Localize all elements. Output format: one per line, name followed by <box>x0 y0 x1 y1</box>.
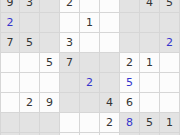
cell-r1c8[interactable]: 4 <box>140 0 160 13</box>
cell-r5c6[interactable] <box>100 73 120 93</box>
cell-r8c7[interactable] <box>120 133 140 135</box>
cell-r4c8[interactable]: 1 <box>140 53 160 73</box>
cell-r8c1[interactable] <box>0 133 20 135</box>
cell-r7c1[interactable] <box>0 113 20 133</box>
cell-r5c3[interactable] <box>40 73 60 93</box>
cell-r7c6[interactable]: 2 <box>100 113 120 133</box>
cell-r8c2[interactable] <box>20 133 40 135</box>
cell-r3c7[interactable] <box>120 33 140 53</box>
cell-r6c2[interactable]: 2 <box>20 93 40 113</box>
cell-r5c2[interactable] <box>20 73 40 93</box>
cell-r8c5[interactable] <box>80 133 100 135</box>
cell-r6c8[interactable] <box>140 93 160 113</box>
cell-r1c9[interactable]: 5 <box>160 0 180 13</box>
cell-r2c3[interactable] <box>40 13 60 33</box>
cell-r7c7[interactable]: 8 <box>120 113 140 133</box>
cell-r3c8[interactable] <box>140 33 160 53</box>
cell-r6c4[interactable] <box>60 93 80 113</box>
cell-r1c7[interactable] <box>120 0 140 13</box>
cell-r8c6[interactable] <box>100 133 120 135</box>
cell-r4c7[interactable]: 2 <box>120 53 140 73</box>
cell-r6c3[interactable]: 9 <box>40 93 60 113</box>
cell-r8c4[interactable] <box>60 133 80 135</box>
cell-r4c9[interactable] <box>160 53 180 73</box>
cell-r5c8[interactable] <box>140 73 160 93</box>
cell-r6c7[interactable]: 6 <box>120 93 140 113</box>
cell-r7c3[interactable] <box>40 113 60 133</box>
cell-r2c4[interactable] <box>60 13 80 33</box>
cell-r3c9[interactable]: 2 <box>160 33 180 53</box>
cell-r2c6[interactable] <box>100 13 120 33</box>
cell-r5c7[interactable]: 5 <box>120 73 140 93</box>
cell-r5c5[interactable]: 2 <box>80 73 100 93</box>
cell-r4c1[interactable] <box>0 53 20 73</box>
cell-r5c9[interactable] <box>160 73 180 93</box>
cell-r3c5[interactable] <box>80 33 100 53</box>
cell-r1c4[interactable]: 2 <box>60 0 80 13</box>
cell-r1c5[interactable] <box>80 0 100 13</box>
cell-r8c3[interactable] <box>40 133 60 135</box>
cell-r3c6[interactable] <box>100 33 120 53</box>
sudoku-board: 9324521753257212529462851 <box>0 0 180 135</box>
cell-r4c2[interactable] <box>20 53 40 73</box>
cell-r3c4[interactable]: 3 <box>60 33 80 53</box>
cell-r2c8[interactable] <box>140 13 160 33</box>
cell-r3c2[interactable]: 5 <box>20 33 40 53</box>
cell-r7c4[interactable] <box>60 113 80 133</box>
cell-r2c1[interactable]: 2 <box>0 13 20 33</box>
cell-r8c9[interactable] <box>160 133 180 135</box>
cell-r4c5[interactable] <box>80 53 100 73</box>
cell-r7c9[interactable]: 1 <box>160 113 180 133</box>
cell-r7c5[interactable] <box>80 113 100 133</box>
cell-r6c1[interactable] <box>0 93 20 113</box>
cell-r4c6[interactable] <box>100 53 120 73</box>
cell-r2c2[interactable] <box>20 13 40 33</box>
cell-r1c6[interactable] <box>100 0 120 13</box>
cell-r6c5[interactable] <box>80 93 100 113</box>
cell-r1c1[interactable]: 9 <box>0 0 20 13</box>
cell-r7c2[interactable] <box>20 113 40 133</box>
cell-r1c2[interactable]: 3 <box>20 0 40 13</box>
cell-r7c8[interactable]: 5 <box>140 113 160 133</box>
cell-r3c1[interactable]: 7 <box>0 33 20 53</box>
cell-r4c3[interactable]: 5 <box>40 53 60 73</box>
cell-r5c4[interactable] <box>60 73 80 93</box>
cell-r6c6[interactable]: 4 <box>100 93 120 113</box>
cell-r2c7[interactable] <box>120 13 140 33</box>
cell-r1c3[interactable] <box>40 0 60 13</box>
cell-r8c8[interactable] <box>140 133 160 135</box>
sudoku-grid: 9324521753257212529462851 <box>0 0 180 135</box>
cell-r2c9[interactable] <box>160 13 180 33</box>
cell-r3c3[interactable] <box>40 33 60 53</box>
cell-r6c9[interactable] <box>160 93 180 113</box>
cell-r5c1[interactable] <box>0 73 20 93</box>
cell-r2c5[interactable]: 1 <box>80 13 100 33</box>
cell-r4c4[interactable]: 7 <box>60 53 80 73</box>
